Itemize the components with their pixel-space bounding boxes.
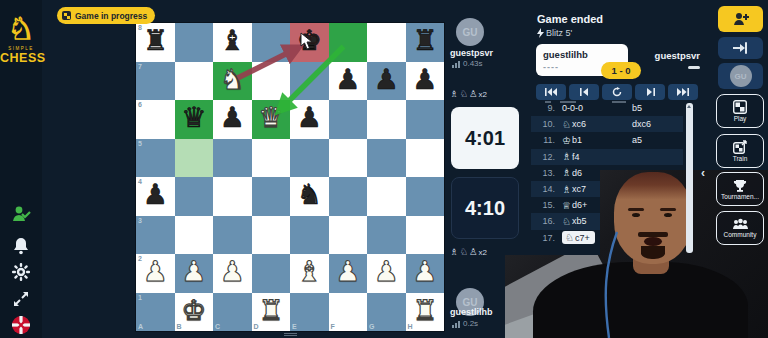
community-button[interactable]: Community [716, 211, 764, 245]
white-pawn-h2[interactable]: ♟ [406, 253, 445, 292]
nav-next-move-button[interactable] [635, 84, 665, 100]
square-g4[interactable] [367, 177, 406, 216]
white-pawn-g2[interactable]: ♟ [367, 253, 406, 292]
square-a5[interactable]: 5 [136, 139, 175, 178]
file-label: G [369, 323, 374, 330]
square-d2[interactable] [252, 254, 291, 293]
logo-main-text: CHESS [0, 51, 42, 65]
online-status-icon[interactable] [11, 204, 31, 224]
square-e6[interactable]: ♟ [290, 100, 329, 139]
white-player-rating: ---- [543, 62, 559, 72]
square-f5[interactable] [329, 139, 368, 178]
piece-glyph: ♗ [562, 151, 571, 162]
square-c8[interactable]: ♝ [213, 23, 252, 62]
toolbar-avatar-initials: GU [730, 65, 752, 87]
black-rook-h8[interactable]: ♜ [406, 22, 445, 61]
bottom-player-latency: 0.2s [452, 319, 478, 328]
train-board-icon [733, 140, 747, 154]
move-row-11[interactable]: 11.♔b1a5 [531, 132, 683, 148]
white-bishop-e2[interactable]: ♝ [290, 253, 329, 292]
rank-label: 1 [138, 294, 142, 301]
square-f8[interactable] [329, 23, 368, 62]
black-pawn-g7[interactable]: ♟ [367, 61, 406, 100]
white-rook-d1[interactable]: ♜ [252, 292, 291, 331]
piece-glyph: ♔ [562, 135, 571, 146]
square-d7[interactable] [252, 62, 291, 101]
bottom-avatar-initials: GU [463, 297, 478, 308]
square-a8[interactable]: 8♜ [136, 23, 175, 62]
file-label: C [215, 323, 220, 330]
square-d3[interactable] [252, 216, 291, 255]
rank-label: 6 [138, 101, 142, 108]
settings-gear-icon[interactable] [11, 262, 31, 282]
black-pawn-e6[interactable]: ♟ [290, 99, 329, 138]
white-pawn-c2[interactable]: ♟ [213, 253, 252, 292]
square-h2[interactable]: ♟ [406, 254, 445, 293]
square-g7[interactable]: ♟ [367, 62, 406, 101]
black-queen-b6[interactable]: ♛ [175, 99, 214, 138]
nav-prev-move-button[interactable] [569, 84, 599, 100]
toolbar-avatar-button[interactable]: GU [718, 63, 763, 89]
tournament-label: Tournamen... [721, 193, 759, 200]
top-player-latency: 0.43s [452, 59, 483, 68]
bottom-captured-pieces: ♗♘♙x2 [450, 246, 487, 257]
square-e8[interactable]: ♚ [290, 23, 329, 62]
top-player-avatar: GU [456, 18, 484, 46]
square-c1[interactable]: C [213, 293, 252, 332]
square-h3[interactable] [406, 216, 445, 255]
square-b3[interactable] [175, 216, 214, 255]
white-move-text: xb5 [572, 216, 587, 226]
site-logo[interactable]: ♞ SIMPLE CHESS [0, 14, 42, 65]
top-captured-count: x2 [479, 90, 487, 99]
square-d1[interactable]: D♜ [252, 293, 291, 332]
square-b7[interactable] [175, 62, 214, 101]
black-move[interactable]: a5 [632, 135, 642, 145]
square-e5[interactable] [290, 139, 329, 178]
move-number: 12. [531, 152, 555, 162]
square-h8[interactable]: ♜ [406, 23, 445, 62]
move-list-scrollbar[interactable] [686, 103, 693, 253]
black-knight-e4[interactable]: ♞ [290, 176, 329, 215]
black-move[interactable]: dxc6 [632, 119, 651, 129]
square-g2[interactable]: ♟ [367, 254, 406, 293]
square-h6[interactable] [406, 100, 445, 139]
square-g3[interactable] [367, 216, 406, 255]
piece-glyph: ♗ [562, 184, 571, 195]
move-number: 9. [531, 103, 555, 113]
play-label: Play [734, 115, 747, 122]
square-f2[interactable]: ♟ [329, 254, 368, 293]
square-f6[interactable] [329, 100, 368, 139]
square-c6[interactable]: ♟ [213, 100, 252, 139]
bottom-captured-glyphs: ♗♘♙ [450, 246, 479, 257]
game-result-status: Game ended [537, 13, 603, 25]
square-b5[interactable] [175, 139, 214, 178]
square-f1[interactable]: F [329, 293, 368, 332]
move-number: 11. [531, 135, 555, 145]
white-move-text: d6 [572, 168, 582, 178]
tournament-button[interactable]: Tournamen... [716, 172, 764, 206]
square-a6[interactable]: 6 [136, 100, 175, 139]
white-king-b1[interactable]: ♚ [175, 292, 214, 331]
chess-board[interactable]: 8♜♝♚♜7♞♟♟♟6♛♟♛♟54♟♞32♟♟♟♝♟♟♟1AB♚CD♜EFGH♜ [136, 23, 444, 331]
black-pawn-a4[interactable]: ♟ [136, 176, 175, 215]
move-row-10[interactable]: 10.♘xc6dxc6 [531, 116, 683, 132]
file-label: E [292, 323, 297, 330]
black-bishop-c8[interactable]: ♝ [213, 22, 252, 61]
square-h1[interactable]: H♜ [406, 293, 445, 332]
play-button[interactable]: Play [716, 94, 764, 128]
community-label: Community [724, 231, 757, 238]
bottom-latency-value: 0.2s [463, 319, 478, 328]
white-pawn-a2[interactable]: ♟ [136, 253, 175, 292]
board-badge-icon [62, 11, 71, 20]
white-move-text: d6+ [572, 200, 587, 210]
square-a3[interactable]: 3 [136, 216, 175, 255]
square-a2[interactable]: 2♟ [136, 254, 175, 293]
badge-label: Game in progress [75, 11, 147, 21]
game-status-badge: Game in progress [57, 7, 155, 24]
move-row-9[interactable]: 9.0-0-0b5 [531, 100, 683, 116]
white-move[interactable]: ♔b1 [562, 135, 632, 146]
rank-label: 5 [138, 140, 142, 147]
square-e3[interactable] [290, 216, 329, 255]
play-board-icon [733, 100, 747, 114]
logo-knight-icon: ♞ [0, 14, 42, 44]
score-badge: 1 - 0 [601, 62, 641, 79]
white-pawn-f2[interactable]: ♟ [329, 253, 368, 292]
white-rook-h1[interactable]: ♜ [406, 292, 445, 331]
time-control-value: Blitz 5' [546, 28, 572, 38]
white-move[interactable]: 0-0-0 [562, 103, 632, 113]
top-latency-value: 0.43s [463, 59, 483, 68]
time-control-label: Blitz 5' [537, 28, 572, 38]
fullscreen-expand-icon[interactable] [11, 289, 31, 309]
left-sidebar: ♞ SIMPLE CHESS [0, 0, 42, 338]
signin-arrow-icon [733, 42, 748, 54]
white-move-text: c7+ [575, 233, 590, 243]
piece-glyph: ♗ [562, 167, 571, 178]
signup-button[interactable] [718, 6, 763, 32]
rank-label: 3 [138, 217, 142, 224]
file-label: A [138, 323, 143, 330]
square-f7[interactable]: ♟ [329, 62, 368, 101]
white-move-text: b1 [572, 135, 582, 145]
square-b4[interactable] [175, 177, 214, 216]
notifications-bell-icon[interactable] [11, 236, 31, 256]
move-number: 17. [531, 233, 555, 243]
signin-button[interactable] [718, 37, 763, 59]
square-g6[interactable] [367, 100, 406, 139]
piece-glyph: ♘ [562, 216, 571, 227]
bottom-captured-count: x2 [479, 248, 487, 257]
white-knight-c7[interactable]: ♞ [213, 61, 252, 100]
piece-glyph: ♘ [562, 119, 571, 130]
language-flag-icon[interactable] [11, 315, 31, 335]
piece-glyph: ♕ [562, 200, 571, 211]
black-pawn-c6[interactable]: ♟ [213, 99, 252, 138]
square-c3[interactable] [213, 216, 252, 255]
square-b2[interactable]: ♟ [175, 254, 214, 293]
move-row-12[interactable]: 12.♗f4 [531, 149, 683, 165]
white-move[interactable]: ♗f4 [562, 151, 632, 162]
black-player-rating-dash [688, 66, 700, 69]
square-e7[interactable] [290, 62, 329, 101]
square-d5[interactable] [252, 139, 291, 178]
square-h7[interactable]: ♟ [406, 62, 445, 101]
train-button[interactable]: Train [716, 134, 764, 168]
move-number: 15. [531, 200, 555, 210]
square-c2[interactable]: ♟ [213, 254, 252, 293]
train-label: Train [733, 155, 748, 162]
bottom-player-name: guestlilhb [450, 307, 493, 317]
white-move-text: f4 [572, 152, 580, 162]
add-user-icon [733, 12, 749, 26]
black-king-e8[interactable]: ♚ [290, 22, 329, 61]
square-g5[interactable] [367, 139, 406, 178]
white-pawn-b2[interactable]: ♟ [175, 253, 214, 292]
move-number: 14. [531, 184, 555, 194]
top-captured-glyphs: ♗♘♙ [450, 88, 479, 99]
square-h5[interactable] [406, 139, 445, 178]
square-b1[interactable]: B♚ [175, 293, 214, 332]
square-g8[interactable] [367, 23, 406, 62]
top-avatar-initials: GU [463, 27, 478, 38]
piece-glyph: ♘ [565, 232, 574, 243]
white-queen-d6[interactable]: ♛ [252, 99, 291, 138]
rank-label: 7 [138, 63, 142, 70]
black-move[interactable]: b5 [632, 103, 642, 113]
move-number: 16. [531, 216, 555, 226]
bottom-player-clock: 4:10 [451, 177, 519, 239]
black-pawn-f7[interactable]: ♟ [329, 61, 368, 100]
community-people-icon [732, 218, 749, 230]
square-g1[interactable]: G [367, 293, 406, 332]
square-a1[interactable]: 1A [136, 293, 175, 332]
square-f3[interactable] [329, 216, 368, 255]
toolbar-collapse-chevron[interactable]: ‹ [701, 166, 705, 180]
lightning-icon [537, 28, 544, 38]
app-screen: ♞ SIMPLE CHESS [0, 0, 768, 338]
signal-bars-icon [452, 61, 460, 68]
square-c5[interactable] [213, 139, 252, 178]
top-captured-pieces: ♗♘♙x2 [450, 88, 487, 99]
top-player-name: guestpsvr [450, 48, 493, 58]
nav-last-move-button[interactable] [668, 84, 698, 100]
top-player-clock: 4:01 [451, 107, 519, 169]
nav-refresh-button[interactable] [602, 84, 632, 100]
black-player-name: guestpsvr [628, 50, 700, 61]
move-number: 10. [531, 119, 555, 129]
square-a7[interactable]: 7 [136, 62, 175, 101]
square-e2[interactable]: ♝ [290, 254, 329, 293]
white-move-text: 0-0-0 [562, 103, 583, 113]
square-e1[interactable]: E [290, 293, 329, 332]
square-a4[interactable]: 4♟ [136, 177, 175, 216]
board-resize-handle[interactable] [284, 333, 297, 336]
black-pawn-h7[interactable]: ♟ [406, 61, 445, 100]
white-move-text: xc7 [572, 184, 586, 194]
square-h4[interactable] [406, 177, 445, 216]
square-d8[interactable] [252, 23, 291, 62]
square-e4[interactable]: ♞ [290, 177, 329, 216]
square-c4[interactable] [213, 177, 252, 216]
trophy-icon [733, 179, 747, 192]
file-label: F [331, 323, 335, 330]
move-number: 13. [531, 168, 555, 178]
nav-first-move-button[interactable] [536, 84, 566, 100]
square-d6[interactable]: ♛ [252, 100, 291, 139]
white-move[interactable]: ♘xc6 [562, 119, 632, 130]
square-b8[interactable] [175, 23, 214, 62]
black-rook-a8[interactable]: ♜ [136, 22, 175, 61]
white-player-name: guestlilhb [543, 49, 588, 60]
white-move-text: xc6 [572, 119, 586, 129]
square-d4[interactable] [252, 177, 291, 216]
square-b6[interactable]: ♛ [175, 100, 214, 139]
signal-bars-icon [452, 321, 460, 328]
square-f4[interactable] [329, 177, 368, 216]
square-c7[interactable]: ♞ [213, 62, 252, 101]
